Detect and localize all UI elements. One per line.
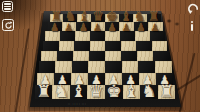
square-a8[interactable]: ♜: [50, 14, 64, 22]
square-d8[interactable]: ♛: [91, 14, 105, 22]
piece-black-pawn[interactable]: ♟: [151, 23, 160, 32]
square-f1[interactable]: ♝: [123, 85, 141, 99]
square-e8[interactable]: ♚: [105, 14, 119, 22]
piece-black-pawn[interactable]: ♟: [122, 23, 131, 32]
piece-white-bishop[interactable]: ♝: [124, 84, 139, 100]
square-b8[interactable]: ♞: [63, 14, 77, 22]
square-c4[interactable]: [73, 51, 89, 62]
square-b4[interactable]: [57, 51, 73, 62]
square-h5[interactable]: [152, 41, 168, 51]
square-a1[interactable]: ♜: [35, 85, 53, 99]
square-h1[interactable]: ♜: [158, 85, 176, 99]
square-d1[interactable]: ♛: [87, 85, 105, 99]
rank-4: [41, 51, 170, 62]
square-f5[interactable]: [121, 41, 137, 51]
square-a5[interactable]: [43, 41, 59, 51]
piece-white-knight[interactable]: ♞: [53, 84, 68, 100]
square-g7[interactable]: ♟: [134, 22, 148, 31]
square-f8[interactable]: ♝: [119, 14, 133, 22]
piece-white-queen[interactable]: ♛: [89, 84, 104, 100]
square-h7[interactable]: ♟: [148, 22, 162, 31]
undo-icon: [187, 2, 199, 14]
square-g3[interactable]: [138, 61, 155, 73]
rank-7: ♟♟♟♟♟♟♟♟: [48, 22, 163, 31]
info-icon: [191, 21, 193, 23]
piece-black-pawn[interactable]: ♟: [93, 23, 102, 32]
piece-white-rook[interactable]: ♜: [36, 84, 51, 100]
square-f4[interactable]: [121, 51, 137, 62]
square-g5[interactable]: [136, 41, 152, 51]
square-h3[interactable]: [155, 61, 172, 73]
piece-black-pawn[interactable]: ♟: [108, 23, 117, 32]
rank-8: ♜♞♝♛♚♝♞♜: [50, 14, 161, 22]
square-a3[interactable]: [39, 61, 56, 73]
app-screen: ·· ····· ··· ♜♞♝♛♚♝♞♜♟♟♟♟♟♟♟♟♟♟♟♟♟♟♟♟♜♞♝…: [0, 0, 200, 112]
piece-black-pawn[interactable]: ♟: [50, 23, 59, 32]
rank-5: [43, 41, 167, 51]
piece-black-pawn[interactable]: ♟: [65, 23, 74, 32]
square-e5[interactable]: [105, 41, 121, 51]
square-c1[interactable]: ♝: [70, 85, 88, 99]
square-h4[interactable]: [153, 51, 169, 62]
square-c5[interactable]: [74, 41, 90, 51]
rank-3: [39, 61, 172, 73]
wood-grain-seam: [14, 28, 29, 112]
piece-white-king[interactable]: ♚: [106, 84, 121, 100]
chess-board: ♜♞♝♛♚♝♞♜♟♟♟♟♟♟♟♟♟♟♟♟♟♟♟♟♜♞♝♛♚♝♞♜: [30, 14, 181, 99]
square-e1[interactable]: ♚: [105, 85, 123, 99]
piece-white-knight[interactable]: ♞: [141, 84, 156, 100]
rotate-icon: [4, 21, 13, 30]
rank-1: ♜♞♝♛♚♝♞♜: [35, 85, 176, 99]
square-g4[interactable]: [137, 51, 153, 62]
undo-button[interactable]: [187, 2, 199, 14]
square-h8[interactable]: ♜: [147, 14, 161, 22]
rank-6: [45, 31, 165, 41]
piece-white-rook[interactable]: ♜: [159, 84, 174, 100]
piece-white-bishop[interactable]: ♝: [71, 84, 86, 100]
piece-black-pawn[interactable]: ♟: [79, 23, 88, 32]
square-b5[interactable]: [59, 41, 75, 51]
info-button[interactable]: [186, 20, 198, 33]
menu-icon: [4, 3, 11, 5]
square-f3[interactable]: [122, 61, 139, 73]
square-a4[interactable]: [41, 51, 57, 62]
square-d4[interactable]: [89, 51, 105, 62]
square-c3[interactable]: [72, 61, 89, 73]
board-rim-marks: ·· ····· ···: [68, 103, 87, 106]
square-b1[interactable]: ♞: [52, 85, 70, 99]
menu-button[interactable]: [2, 1, 13, 12]
square-d5[interactable]: [90, 41, 106, 51]
square-e3[interactable]: [105, 61, 122, 73]
piece-black-pawn[interactable]: ♟: [136, 23, 145, 32]
square-g1[interactable]: ♞: [140, 85, 158, 99]
rotate-board-button[interactable]: [2, 19, 14, 31]
square-e4[interactable]: [105, 51, 121, 62]
square-c8[interactable]: ♝: [77, 14, 91, 22]
square-b3[interactable]: [55, 61, 72, 73]
square-g8[interactable]: ♞: [133, 14, 147, 22]
square-d3[interactable]: [88, 61, 105, 73]
